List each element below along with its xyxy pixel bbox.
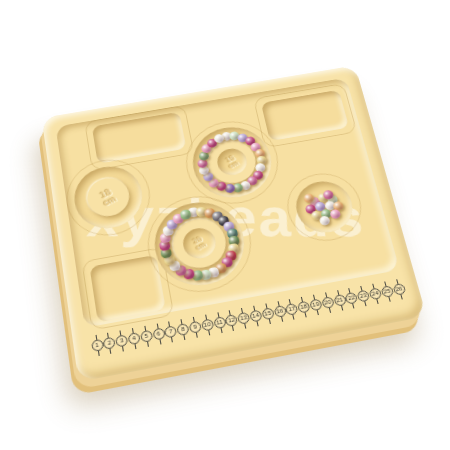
- ruler-mark-24: 24: [367, 283, 384, 305]
- ruler-mark-13: 13: [235, 307, 252, 330]
- ring-20cm-well: 20 cm: [181, 226, 219, 261]
- ruler-mark-7: 7: [163, 320, 179, 343]
- ruler-mark-14: 14: [247, 305, 264, 328]
- ruler-mark-10: 10: [199, 314, 215, 337]
- ruler-mark-26: 26: [390, 278, 408, 300]
- ruler-mark-12: 12: [223, 309, 240, 332]
- ruler-mark-22: 22: [343, 287, 360, 309]
- tray-top-left[interactable]: [92, 112, 187, 164]
- ruler-mark-21: 21: [331, 289, 348, 312]
- ruler-mark-18: 18: [295, 296, 312, 319]
- ruler-mark-6: 6: [151, 323, 167, 346]
- ruler-mark-8: 8: [175, 318, 191, 341]
- ruler-mark-16: 16: [271, 300, 288, 323]
- circle-18cm-label: 18 cm: [98, 187, 118, 207]
- ruler-mark-19: 19: [307, 294, 324, 317]
- ring-20cm-label: 20 cm: [191, 235, 207, 251]
- ruler-mark-3: 3: [114, 329, 130, 352]
- ruler-mark-23: 23: [355, 285, 372, 307]
- product-photo-scene: xyzbeads 18 cm 1: [0, 0, 450, 450]
- ruler-mark-20: 20: [319, 291, 336, 314]
- ring-15cm-well: 15 cm: [215, 147, 249, 178]
- board-base: xyzbeads 18 cm 1: [42, 65, 427, 381]
- ruler-mark-1: 1: [89, 334, 105, 357]
- ruler-mark-9: 9: [187, 316, 203, 339]
- ruler-mark-2: 2: [102, 332, 118, 355]
- bead-design-board: xyzbeads 18 cm 1: [42, 65, 427, 381]
- ruler-mark-5: 5: [138, 325, 154, 348]
- ruler-mark-15: 15: [259, 302, 276, 325]
- ruler-mark-25: 25: [378, 280, 395, 302]
- ruler-mark-17: 17: [283, 298, 300, 321]
- tray-top-right[interactable]: [261, 90, 349, 141]
- ring-15cm-label: 15 cm: [224, 154, 239, 169]
- ruler-mark-11: 11: [211, 311, 227, 334]
- ruler-mark-4: 4: [126, 327, 142, 350]
